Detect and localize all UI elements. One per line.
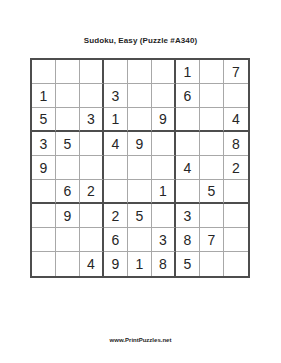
cell-r4c3 [80,132,104,156]
cell-r3c5 [128,108,152,132]
cell-r8c7: 8 [176,228,200,252]
cell-r1c8 [200,60,224,84]
cell-r3c4: 1 [104,108,128,132]
cell-r1c2 [56,60,80,84]
cell-r6c1 [32,180,56,204]
cell-r1c1 [32,60,56,84]
cell-r3c6: 9 [152,108,176,132]
cell-r3c9: 4 [224,108,248,132]
cell-r9c9 [224,252,248,276]
cell-r8c6: 3 [152,228,176,252]
cell-r2c5 [128,84,152,108]
cell-r3c8 [200,108,224,132]
cell-r2c1: 1 [32,84,56,108]
puzzle-title: Sudoku, Easy (Puzzle #A340) [0,36,281,45]
cell-r9c1 [32,252,56,276]
footer-url: www.PrintPuzzles.net [0,337,281,343]
cell-r2c2 [56,84,80,108]
cell-r3c3: 3 [80,108,104,132]
cell-r6c6: 1 [152,180,176,204]
cell-r6c9 [224,180,248,204]
cell-r3c2 [56,108,80,132]
cell-r3c1: 5 [32,108,56,132]
cell-r6c5 [128,180,152,204]
cell-r7c1 [32,204,56,228]
cell-r7c7: 3 [176,204,200,228]
cell-r4c2: 5 [56,132,80,156]
cell-r4c7 [176,132,200,156]
cell-r1c9: 7 [224,60,248,84]
cell-r9c3: 4 [80,252,104,276]
cell-r1c6 [152,60,176,84]
cell-r7c5: 5 [128,204,152,228]
cell-r6c8: 5 [200,180,224,204]
cell-r5c6 [152,156,176,180]
cell-r7c9 [224,204,248,228]
cell-r5c3 [80,156,104,180]
cell-r6c7 [176,180,200,204]
cell-r9c4: 9 [104,252,128,276]
cell-r8c3 [80,228,104,252]
cell-r3c7 [176,108,200,132]
cell-r2c4: 3 [104,84,128,108]
cell-r7c8 [200,204,224,228]
cell-r5c4 [104,156,128,180]
cell-r9c7: 5 [176,252,200,276]
sudoku-board: 17136531943549894262159253638749185 [30,58,250,278]
cell-r4c5: 9 [128,132,152,156]
cell-r1c5 [128,60,152,84]
cell-r7c2: 9 [56,204,80,228]
cell-r8c8: 7 [200,228,224,252]
cell-r8c4: 6 [104,228,128,252]
cell-r4c6 [152,132,176,156]
cell-r2c6 [152,84,176,108]
cell-r9c2 [56,252,80,276]
cell-r4c4: 4 [104,132,128,156]
cell-r9c5: 1 [128,252,152,276]
cell-r5c5 [128,156,152,180]
cell-r4c9: 8 [224,132,248,156]
cell-r7c4: 2 [104,204,128,228]
cell-r5c8 [200,156,224,180]
cell-r2c3 [80,84,104,108]
cell-r8c1 [32,228,56,252]
cell-r7c3 [80,204,104,228]
cell-r8c5 [128,228,152,252]
cell-r8c9 [224,228,248,252]
cell-r5c2 [56,156,80,180]
cell-r7c6 [152,204,176,228]
cell-r4c1: 3 [32,132,56,156]
cell-r5c9: 2 [224,156,248,180]
cell-r6c4 [104,180,128,204]
cell-r1c3 [80,60,104,84]
cell-r1c4 [104,60,128,84]
cell-r6c2: 6 [56,180,80,204]
cell-r2c8 [200,84,224,108]
cell-r5c7: 4 [176,156,200,180]
cell-r2c7: 6 [176,84,200,108]
cell-r4c8 [200,132,224,156]
cell-r1c7: 1 [176,60,200,84]
cell-r9c8 [200,252,224,276]
printable-puzzle-page: Sudoku, Easy (Puzzle #A340) 171365319435… [0,0,281,363]
cell-r5c1: 9 [32,156,56,180]
cell-r6c3: 2 [80,180,104,204]
cell-r8c2 [56,228,80,252]
cell-r9c6: 8 [152,252,176,276]
cell-r2c9 [224,84,248,108]
